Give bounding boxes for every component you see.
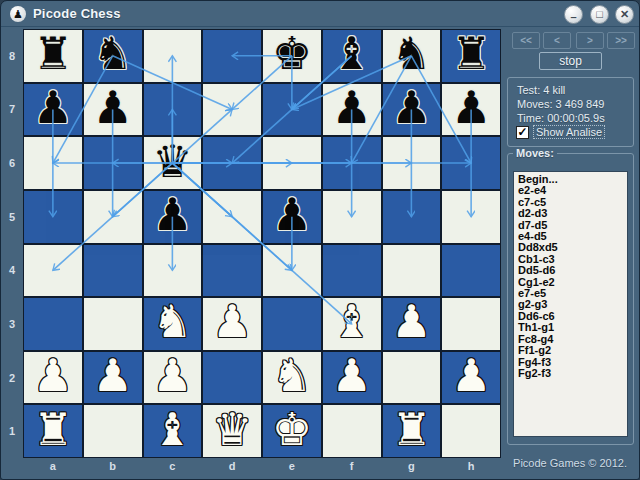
square-e1[interactable]: ♚	[262, 404, 322, 458]
square-c6[interactable]: ♛	[143, 136, 203, 190]
rank-label-8: 8	[1, 50, 23, 62]
file-label-f: f	[322, 460, 382, 472]
file-label-a: a	[23, 460, 83, 472]
rank-label-2: 2	[1, 372, 23, 384]
white-knight: ♞	[272, 353, 312, 398]
square-h6[interactable]	[441, 136, 501, 190]
move-item-8[interactable]: Dd5-d6	[518, 265, 627, 276]
square-d5[interactable]	[202, 190, 262, 244]
square-a5[interactable]	[23, 190, 83, 244]
square-b2[interactable]: ♟	[83, 351, 143, 405]
square-f7[interactable]: ♟	[322, 83, 382, 137]
white-king: ♚	[272, 407, 312, 452]
black-rook: ♜	[451, 31, 491, 76]
square-d7[interactable]	[202, 83, 262, 137]
black-pawn: ♟	[33, 85, 73, 130]
square-e7[interactable]	[262, 83, 322, 137]
black-rook: ♜	[33, 31, 73, 76]
app-window: ♟ Picode Chess – □ ✕ 87654321 ♜♞♚♝♞♜♟♟♟♟…	[0, 0, 640, 480]
square-d4[interactable]	[202, 244, 262, 298]
white-pawn: ♟	[451, 353, 491, 398]
white-rook: ♜	[33, 407, 73, 452]
white-knight: ♞	[152, 299, 192, 344]
chess-board: ♜♞♚♝♞♜♟♟♟♟♟♛♟♟♞♟♝♟♟♟♟♞♟♟♜♝♛♚♜	[23, 29, 501, 458]
square-e2[interactable]: ♞	[262, 351, 322, 405]
square-a3[interactable]	[23, 297, 83, 351]
black-pawn: ♟	[391, 85, 431, 130]
rank-label-5: 5	[1, 211, 23, 223]
square-b3[interactable]	[83, 297, 143, 351]
square-g2[interactable]	[382, 351, 442, 405]
square-b8[interactable]: ♞	[83, 29, 143, 83]
square-h4[interactable]	[441, 244, 501, 298]
moves-list-label: Moves:	[513, 147, 557, 159]
white-bishop: ♝	[152, 407, 192, 452]
nav-next-button[interactable]: >	[576, 32, 604, 49]
square-f1[interactable]	[322, 404, 382, 458]
pawn-icon: ♟	[10, 6, 26, 22]
square-b1[interactable]	[83, 404, 143, 458]
file-label-c: c	[143, 460, 203, 472]
square-c5[interactable]: ♟	[143, 190, 203, 244]
moves-stat: Moves: 3 469 849	[517, 98, 604, 110]
square-e5[interactable]: ♟	[262, 190, 322, 244]
square-c3[interactable]: ♞	[143, 297, 203, 351]
move-item-13[interactable]: Th1-g1	[518, 322, 627, 333]
square-g5[interactable]	[382, 190, 442, 244]
black-knight: ♞	[92, 31, 132, 76]
black-pawn: ♟	[331, 85, 371, 130]
rank-labels: 87654321	[1, 29, 23, 458]
white-rook: ♜	[391, 407, 431, 452]
rank-label-4: 4	[1, 264, 23, 276]
maximize-button[interactable]: □	[590, 5, 609, 24]
rank-label-1: 1	[1, 425, 23, 437]
window-title: Picode Chess	[33, 6, 121, 21]
square-h8[interactable]: ♜	[441, 29, 501, 83]
square-g6[interactable]	[382, 136, 442, 190]
time-stat: Time: 00:00:05.9s	[517, 112, 605, 124]
white-bishop: ♝	[331, 299, 371, 344]
rank-label-7: 7	[1, 103, 23, 115]
file-labels: abcdefgh	[23, 458, 501, 478]
square-a7[interactable]: ♟	[23, 83, 83, 137]
copyright-text: Picode Games © 2012.	[501, 457, 639, 469]
minimize-button[interactable]: –	[564, 5, 583, 24]
square-a2[interactable]: ♟	[23, 351, 83, 405]
square-g7[interactable]: ♟	[382, 83, 442, 137]
square-d3[interactable]: ♟	[202, 297, 262, 351]
square-g3[interactable]: ♟	[382, 297, 442, 351]
black-pawn: ♟	[152, 192, 192, 237]
file-label-b: b	[83, 460, 143, 472]
square-b4[interactable]	[83, 244, 143, 298]
close-button[interactable]: ✕	[615, 5, 634, 24]
square-c1[interactable]: ♝	[143, 404, 203, 458]
file-label-g: g	[382, 460, 442, 472]
white-pawn: ♟	[33, 353, 73, 398]
square-b7[interactable]: ♟	[83, 83, 143, 137]
rank-label-6: 6	[1, 157, 23, 169]
nav-prev-button[interactable]: <	[543, 32, 571, 49]
square-g4[interactable]	[382, 244, 442, 298]
square-a8[interactable]: ♜	[23, 29, 83, 83]
white-pawn: ♟	[212, 299, 252, 344]
square-c2[interactable]: ♟	[143, 351, 203, 405]
move-item-17[interactable]: Fg2-f3	[518, 368, 627, 379]
black-knight: ♞	[391, 31, 431, 76]
move-item-15[interactable]: Ff1-g2	[518, 345, 627, 356]
nav-first-button[interactable]: <<	[512, 32, 540, 49]
move-item-3[interactable]: d2-d3	[518, 208, 627, 219]
square-e4[interactable]	[262, 244, 322, 298]
show-analise-row: ✓ Show Analise	[516, 125, 605, 139]
square-h7[interactable]: ♟	[441, 83, 501, 137]
square-h5[interactable]	[441, 190, 501, 244]
white-queen: ♛	[212, 407, 252, 452]
file-label-h: h	[441, 460, 501, 472]
stop-button[interactable]: stop	[539, 52, 602, 70]
white-pawn: ♟	[391, 299, 431, 344]
show-analise-checkbox[interactable]: ✓	[516, 126, 529, 139]
square-a6[interactable]	[23, 136, 83, 190]
square-f6[interactable]	[322, 136, 382, 190]
square-a1[interactable]: ♜	[23, 404, 83, 458]
square-f3[interactable]: ♝	[322, 297, 382, 351]
square-d8[interactable]	[202, 29, 262, 83]
square-c8[interactable]	[143, 29, 203, 83]
square-g8[interactable]: ♞	[382, 29, 442, 83]
file-label-e: e	[262, 460, 322, 472]
square-h2[interactable]: ♟	[441, 351, 501, 405]
square-f2[interactable]: ♟	[322, 351, 382, 405]
square-c7[interactable]	[143, 83, 203, 137]
white-pawn: ♟	[152, 353, 192, 398]
test-stat: Test: 4 kill	[517, 84, 565, 96]
square-b5[interactable]	[83, 190, 143, 244]
square-f4[interactable]	[322, 244, 382, 298]
show-analise-label[interactable]: Show Analise	[533, 125, 605, 139]
stats-groupbox: Test: 4 kill Moves: 3 469 849 Time: 00:0…	[507, 77, 634, 147]
square-g1[interactable]: ♜	[382, 404, 442, 458]
rank-label-3: 3	[1, 318, 23, 330]
white-pawn: ♟	[92, 353, 132, 398]
square-h3[interactable]	[441, 297, 501, 351]
black-pawn: ♟	[451, 85, 491, 130]
black-king: ♚	[272, 31, 312, 76]
moves-list[interactable]: Begin...e2-e4c7-c5d2-d3d7-d5e4-d5Dd8xd5C…	[513, 171, 628, 437]
black-pawn: ♟	[92, 85, 132, 130]
black-queen: ♛	[152, 139, 192, 184]
nav-last-button[interactable]: >>	[607, 32, 635, 49]
square-f8[interactable]: ♝	[322, 29, 382, 83]
square-e3[interactable]	[262, 297, 322, 351]
square-a4[interactable]	[23, 244, 83, 298]
square-f5[interactable]	[322, 190, 382, 244]
square-b6[interactable]	[83, 136, 143, 190]
square-c4[interactable]	[143, 244, 203, 298]
square-d2[interactable]	[202, 351, 262, 405]
file-label-d: d	[202, 460, 262, 472]
square-e8[interactable]: ♚	[262, 29, 322, 83]
title-bar[interactable]: ♟ Picode Chess – □ ✕	[1, 1, 640, 27]
square-e6[interactable]	[262, 136, 322, 190]
square-d1[interactable]: ♛	[202, 404, 262, 458]
white-pawn: ♟	[331, 353, 371, 398]
square-h1[interactable]	[441, 404, 501, 458]
square-d6[interactable]	[202, 136, 262, 190]
black-pawn: ♟	[272, 192, 312, 237]
black-bishop: ♝	[331, 31, 371, 76]
